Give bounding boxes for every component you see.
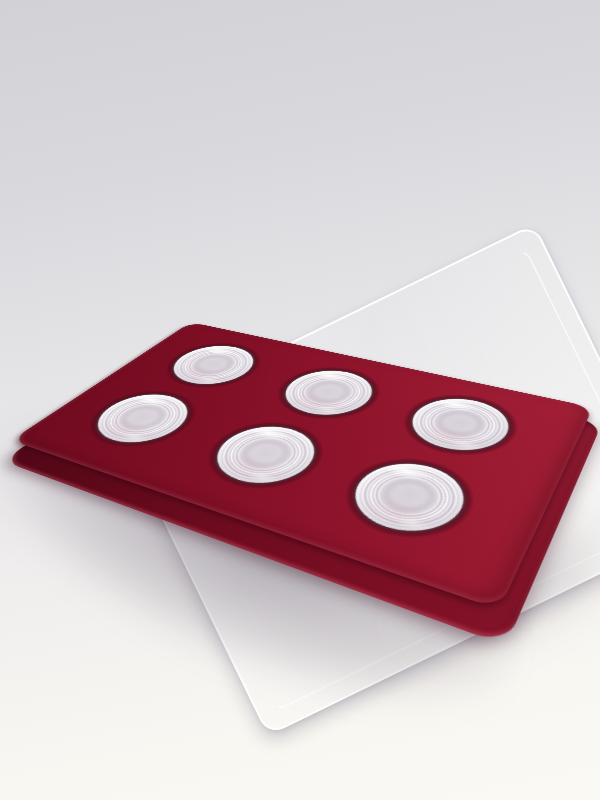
coin-capsule xyxy=(337,454,479,544)
coin-capsule xyxy=(198,419,332,494)
capsule-slot-r2c3 xyxy=(322,447,492,555)
coin-capsule xyxy=(269,364,386,422)
coin-capsule xyxy=(398,391,521,459)
capsule-slot-r1c2 xyxy=(258,360,398,430)
capsule-slot-r2c2 xyxy=(184,412,344,502)
capsule-slot-r1c3 xyxy=(385,386,532,468)
coin-tray xyxy=(11,322,593,610)
perspective-wrapper xyxy=(0,24,600,800)
coin-capsule xyxy=(79,388,205,452)
capsule-slot-r1c1 xyxy=(146,336,279,396)
surface-background xyxy=(0,0,600,800)
coin-capsule xyxy=(157,341,268,391)
capsule-slot-r2c1 xyxy=(66,382,217,458)
